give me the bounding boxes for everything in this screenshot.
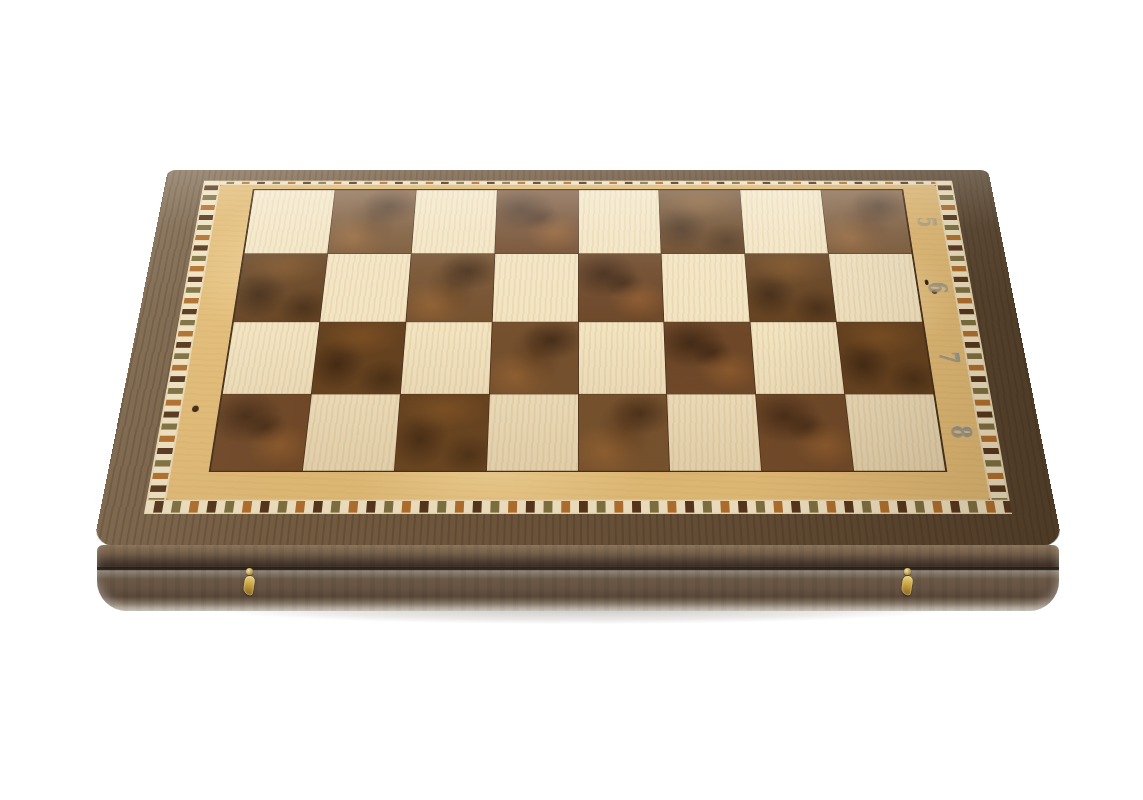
square-f8-r8[interactable] [845,394,945,470]
square-f7-r6[interactable] [745,254,835,321]
square-f1-r6[interactable] [234,254,327,321]
square-f4-r5[interactable] [495,190,578,253]
chess-grid [211,190,945,470]
square-f3-r7[interactable] [401,322,492,394]
clasp-pin-icon [246,568,253,575]
brass-clasp-left[interactable] [242,568,256,600]
square-f6-r6[interactable] [662,254,750,321]
square-f1-r5[interactable] [245,190,335,253]
rank-label-7: 7 [928,345,969,370]
square-f3-r5[interactable] [411,190,496,253]
square-f6-r7[interactable] [665,322,756,394]
square-f1-r8[interactable] [211,394,311,470]
square-f8-r7[interactable] [837,322,933,394]
square-f8-r6[interactable] [829,254,922,321]
square-f6-r5[interactable] [659,190,744,253]
rank-label-8: 8 [940,418,983,445]
clasp-hook-icon [901,575,914,595]
square-f3-r6[interactable] [406,254,494,321]
square-f3-r8[interactable] [395,394,489,470]
square-f2-r7[interactable] [312,322,406,394]
chess-case: 5678 [93,0,1063,547]
clasp-pin-icon [904,568,911,575]
square-f2-r8[interactable] [303,394,400,470]
square-f1-r7[interactable] [223,322,319,394]
square-f7-r5[interactable] [740,190,828,253]
square-f7-r7[interactable] [751,322,845,394]
board-top-face: 5678 [93,170,1063,547]
square-f5-r7[interactable] [578,322,666,394]
square-f5-r8[interactable] [578,394,669,470]
square-f5-r6[interactable] [578,254,663,321]
square-f2-r5[interactable] [328,190,416,253]
chess-case-photo: 5678 [0,0,1143,800]
square-f7-r8[interactable] [756,394,853,470]
rank-label-5: 5 [907,211,945,233]
square-f4-r8[interactable] [487,394,578,470]
square-f8-r5[interactable] [822,190,912,253]
square-f4-r6[interactable] [492,254,577,321]
square-f2-r6[interactable] [320,254,410,321]
mosaic-border-bottom [144,500,1012,514]
square-f5-r5[interactable] [578,190,661,253]
rank-label-6: 6 [918,276,958,300]
square-f6-r8[interactable] [667,394,761,470]
square-f4-r7[interactable] [490,322,578,394]
clasp-hook-icon [243,575,256,595]
brass-clasp-right[interactable] [900,568,914,600]
